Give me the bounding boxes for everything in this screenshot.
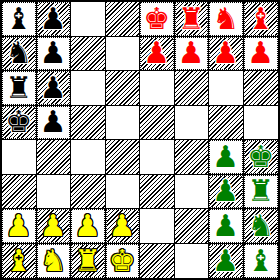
square-c6[interactable]: [71, 71, 106, 106]
piece-black-pawn[interactable]: ♟: [40, 107, 67, 137]
square-c2[interactable]: ♟: [71, 209, 106, 244]
square-e3[interactable]: [140, 175, 175, 210]
piece-green-bishop[interactable]: ♝: [247, 246, 274, 276]
chess-board: ♝♟♚♜♞♝♞♟♟♟♟♟♜♟♚♟♟♚♟♜♟♟♟♟♟♞♝♞♜♚♟♝: [0, 0, 280, 280]
square-b7[interactable]: ♟: [37, 37, 72, 72]
square-a5[interactable]: ♚: [2, 106, 37, 141]
piece-yellow-king[interactable]: ♚: [109, 246, 136, 276]
piece-yellow-pawn[interactable]: ♟: [109, 211, 136, 241]
square-d7[interactable]: [106, 37, 141, 72]
square-g2[interactable]: ♟: [209, 209, 244, 244]
piece-red-rook[interactable]: ♜: [178, 4, 205, 34]
square-b1[interactable]: ♞: [37, 244, 72, 279]
piece-yellow-pawn[interactable]: ♟: [5, 211, 32, 241]
square-b4[interactable]: [37, 140, 72, 175]
square-c5[interactable]: [71, 106, 106, 141]
square-h6[interactable]: [244, 71, 279, 106]
square-b8[interactable]: ♟: [37, 2, 72, 37]
square-a3[interactable]: [2, 175, 37, 210]
piece-yellow-rook[interactable]: ♜: [74, 246, 101, 276]
piece-red-bishop[interactable]: ♝: [247, 4, 274, 34]
square-f1[interactable]: [175, 244, 210, 279]
square-h1[interactable]: ♝: [244, 244, 279, 279]
square-h5[interactable]: [244, 106, 279, 141]
square-f6[interactable]: [175, 71, 210, 106]
square-d4[interactable]: [106, 140, 141, 175]
square-e6[interactable]: [140, 71, 175, 106]
square-b5[interactable]: ♟: [37, 106, 72, 141]
square-a4[interactable]: [2, 140, 37, 175]
piece-green-pawn[interactable]: ♟: [212, 246, 239, 276]
square-e2[interactable]: [140, 209, 175, 244]
piece-red-pawn[interactable]: ♟: [178, 38, 205, 68]
square-b6[interactable]: ♟: [37, 71, 72, 106]
square-c1[interactable]: ♜: [71, 244, 106, 279]
square-a7[interactable]: ♞: [2, 37, 37, 72]
piece-green-pawn[interactable]: ♟: [212, 142, 239, 172]
piece-yellow-pawn[interactable]: ♟: [74, 211, 101, 241]
piece-black-pawn[interactable]: ♟: [40, 4, 67, 34]
square-a8[interactable]: ♝: [2, 2, 37, 37]
piece-red-king[interactable]: ♚: [143, 4, 170, 34]
piece-black-rook[interactable]: ♜: [5, 73, 32, 103]
piece-green-pawn[interactable]: ♟: [212, 211, 239, 241]
piece-black-king[interactable]: ♚: [5, 107, 32, 137]
square-f3[interactable]: [175, 175, 210, 210]
square-c3[interactable]: [71, 175, 106, 210]
square-c8[interactable]: [71, 2, 106, 37]
square-d8[interactable]: [106, 2, 141, 37]
square-b2[interactable]: ♟: [37, 209, 72, 244]
piece-green-pawn[interactable]: ♟: [212, 176, 239, 206]
square-h3[interactable]: ♜: [244, 175, 279, 210]
square-b3[interactable]: [37, 175, 72, 210]
square-c4[interactable]: [71, 140, 106, 175]
piece-red-pawn[interactable]: ♟: [212, 38, 239, 68]
piece-green-king[interactable]: ♚: [247, 142, 274, 172]
piece-red-pawn[interactable]: ♟: [247, 38, 274, 68]
square-e4[interactable]: [140, 140, 175, 175]
square-a1[interactable]: ♝: [2, 244, 37, 279]
square-e8[interactable]: ♚: [140, 2, 175, 37]
piece-yellow-knight[interactable]: ♞: [40, 246, 67, 276]
piece-black-pawn[interactable]: ♟: [40, 38, 67, 68]
square-h7[interactable]: ♟: [244, 37, 279, 72]
square-g1[interactable]: ♟: [209, 244, 244, 279]
square-g5[interactable]: [209, 106, 244, 141]
square-d5[interactable]: [106, 106, 141, 141]
square-f4[interactable]: [175, 140, 210, 175]
square-f2[interactable]: [175, 209, 210, 244]
square-d1[interactable]: ♚: [106, 244, 141, 279]
square-d3[interactable]: [106, 175, 141, 210]
square-f5[interactable]: [175, 106, 210, 141]
piece-black-bishop[interactable]: ♝: [5, 4, 32, 34]
piece-yellow-bishop[interactable]: ♝: [5, 246, 32, 276]
square-f7[interactable]: ♟: [175, 37, 210, 72]
piece-black-knight[interactable]: ♞: [5, 38, 32, 68]
piece-red-pawn[interactable]: ♟: [143, 38, 170, 68]
square-d6[interactable]: [106, 71, 141, 106]
piece-red-knight[interactable]: ♞: [212, 4, 239, 34]
square-c7[interactable]: [71, 37, 106, 72]
square-h2[interactable]: ♞: [244, 209, 279, 244]
square-e5[interactable]: [140, 106, 175, 141]
square-e1[interactable]: [140, 244, 175, 279]
piece-green-knight[interactable]: ♞: [247, 211, 274, 241]
square-g8[interactable]: ♞: [209, 2, 244, 37]
square-g6[interactable]: [209, 71, 244, 106]
square-h4[interactable]: ♚: [244, 140, 279, 175]
square-a6[interactable]: ♜: [2, 71, 37, 106]
piece-yellow-pawn[interactable]: ♟: [40, 211, 67, 241]
square-g7[interactable]: ♟: [209, 37, 244, 72]
piece-green-rook[interactable]: ♜: [247, 176, 274, 206]
square-e7[interactable]: ♟: [140, 37, 175, 72]
square-d2[interactable]: ♟: [106, 209, 141, 244]
square-g3[interactable]: ♟: [209, 175, 244, 210]
square-g4[interactable]: ♟: [209, 140, 244, 175]
square-h8[interactable]: ♝: [244, 2, 279, 37]
square-f8[interactable]: ♜: [175, 2, 210, 37]
piece-black-pawn[interactable]: ♟: [40, 73, 67, 103]
square-a2[interactable]: ♟: [2, 209, 37, 244]
